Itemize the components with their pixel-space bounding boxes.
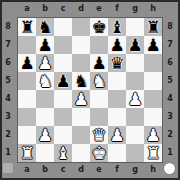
rank-label-left-5: 5 xyxy=(1,72,15,90)
file-label-bottom-e: e xyxy=(90,165,108,174)
square-c8[interactable] xyxy=(54,18,72,36)
square-c2[interactable] xyxy=(54,126,72,144)
file-label-top-d: d xyxy=(72,4,90,13)
black-pawn: ♟ xyxy=(127,36,142,54)
square-g8[interactable] xyxy=(126,18,144,36)
rank-label-right-7: 7 xyxy=(163,36,177,54)
file-label-top-b: b xyxy=(36,4,54,13)
rank-label-right-2: 2 xyxy=(163,126,177,144)
square-g4[interactable]: ♟ xyxy=(126,90,144,108)
white-to-move-indicator xyxy=(164,163,175,174)
square-h6[interactable] xyxy=(144,54,162,72)
file-label-top-c: c xyxy=(54,4,72,13)
square-h7[interactable]: ♟ xyxy=(144,36,162,54)
square-e3[interactable] xyxy=(90,108,108,126)
square-h5[interactable] xyxy=(144,72,162,90)
square-b6[interactable]: ♟ xyxy=(36,54,54,72)
black-knight: ♞ xyxy=(37,18,52,36)
black-rook: ♜ xyxy=(19,18,34,36)
white-pawn: ♟ xyxy=(37,54,52,72)
rank-label-right-6: 6 xyxy=(163,54,177,72)
square-b7[interactable]: ♟ xyxy=(36,36,54,54)
black-pawn: ♟ xyxy=(91,54,106,72)
square-c6[interactable] xyxy=(54,54,72,72)
rank-label-left-2: 2 xyxy=(1,126,15,144)
square-h4[interactable] xyxy=(144,90,162,108)
square-e7[interactable] xyxy=(90,36,108,54)
rank-label-left-1: 1 xyxy=(1,144,15,162)
square-d2[interactable] xyxy=(72,126,90,144)
square-c4[interactable] xyxy=(54,90,72,108)
square-d1[interactable] xyxy=(72,144,90,162)
square-a6[interactable]: ♟ xyxy=(18,54,36,72)
file-label-bottom-f: f xyxy=(108,165,126,174)
square-f3[interactable] xyxy=(108,108,126,126)
white-knight: ♞ xyxy=(91,72,106,90)
square-d5[interactable]: ♞ xyxy=(72,72,90,90)
white-bishop: ♝ xyxy=(55,144,70,162)
rank-label-left-7: 7 xyxy=(1,36,15,54)
square-h1[interactable]: ♜ xyxy=(144,144,162,162)
white-rook: ♜ xyxy=(145,144,160,162)
white-queen: ♛ xyxy=(91,126,106,144)
square-a2[interactable] xyxy=(18,126,36,144)
square-d7[interactable] xyxy=(72,36,90,54)
square-a3[interactable] xyxy=(18,108,36,126)
rank-label-left-4: 4 xyxy=(1,90,15,108)
square-h3[interactable] xyxy=(144,108,162,126)
square-b8[interactable]: ♞ xyxy=(36,18,54,36)
square-d6[interactable] xyxy=(72,54,90,72)
square-b4[interactable] xyxy=(36,90,54,108)
rank-label-right-3: 3 xyxy=(163,108,177,126)
white-rook: ♜ xyxy=(19,144,34,162)
square-b3[interactable] xyxy=(36,108,54,126)
rank-label-right-4: 4 xyxy=(163,90,177,108)
square-f6[interactable]: ♛ xyxy=(108,54,126,72)
black-pawn: ♟ xyxy=(55,72,70,90)
white-pawn: ♟ xyxy=(127,90,142,108)
square-g3[interactable] xyxy=(126,108,144,126)
square-f7[interactable]: ♟ xyxy=(108,36,126,54)
black-pawn: ♟ xyxy=(109,36,124,54)
square-a7[interactable] xyxy=(18,36,36,54)
square-d4[interactable]: ♟ xyxy=(72,90,90,108)
black-knight: ♞ xyxy=(73,72,88,90)
square-g7[interactable]: ♟ xyxy=(126,36,144,54)
square-c3[interactable] xyxy=(54,108,72,126)
rank-label-right-1: 1 xyxy=(163,144,177,162)
square-e1[interactable]: ♚ xyxy=(90,144,108,162)
rank-label-left-6: 6 xyxy=(1,54,15,72)
square-b1[interactable] xyxy=(36,144,54,162)
square-g5[interactable] xyxy=(126,72,144,90)
black-rook: ♜ xyxy=(145,18,160,36)
file-label-bottom-h: h xyxy=(144,165,162,174)
square-b5[interactable]: ♞ xyxy=(36,72,54,90)
square-g6[interactable] xyxy=(126,54,144,72)
square-e8[interactable]: ♚ xyxy=(90,18,108,36)
square-g1[interactable] xyxy=(126,144,144,162)
square-e5[interactable]: ♞ xyxy=(90,72,108,90)
file-label-bottom-b: b xyxy=(36,165,54,174)
black-pawn: ♟ xyxy=(19,54,34,72)
rank-label-left-8: 8 xyxy=(1,18,15,36)
file-label-top-g: g xyxy=(126,4,144,13)
black-pawn: ♟ xyxy=(145,36,160,54)
file-label-bottom-g: g xyxy=(126,165,144,174)
square-a5[interactable] xyxy=(18,72,36,90)
square-a4[interactable] xyxy=(18,90,36,108)
square-h8[interactable]: ♜ xyxy=(144,18,162,36)
file-label-bottom-c: c xyxy=(54,165,72,174)
black-king: ♚ xyxy=(91,18,106,36)
rank-label-right-8: 8 xyxy=(163,18,177,36)
square-h2[interactable]: ♟ xyxy=(144,126,162,144)
white-knight: ♞ xyxy=(37,72,52,90)
corner-marker xyxy=(3,163,13,173)
file-label-top-a: a xyxy=(18,4,36,13)
square-d3[interactable] xyxy=(72,108,90,126)
square-a8[interactable]: ♜ xyxy=(18,18,36,36)
square-d8[interactable] xyxy=(72,18,90,36)
white-pawn: ♟ xyxy=(73,90,88,108)
square-f2[interactable]: ♟ xyxy=(108,126,126,144)
square-c7[interactable] xyxy=(54,36,72,54)
square-f4[interactable] xyxy=(108,90,126,108)
white-pawn: ♟ xyxy=(109,126,124,144)
square-f1[interactable] xyxy=(108,144,126,162)
black-bishop: ♝ xyxy=(109,18,124,36)
square-e2[interactable]: ♛ xyxy=(90,126,108,144)
white-pawn: ♟ xyxy=(145,126,160,144)
file-label-bottom-d: d xyxy=(72,165,90,174)
file-label-top-f: f xyxy=(108,4,126,13)
square-f5[interactable] xyxy=(108,72,126,90)
rank-label-left-3: 3 xyxy=(1,108,15,126)
square-g2[interactable] xyxy=(126,126,144,144)
file-label-top-e: e xyxy=(90,4,108,13)
chess-board: ♜♞♚♝♜♟♟♟♟♟♟♟♛♞♟♞♞♟♟♟♛♟♟♜♝♚♜ xyxy=(18,18,162,162)
square-b2[interactable]: ♟ xyxy=(36,126,54,144)
white-pawn: ♟ xyxy=(37,126,52,144)
file-label-top-h: h xyxy=(144,4,162,13)
square-c1[interactable]: ♝ xyxy=(54,144,72,162)
white-king: ♚ xyxy=(91,144,106,162)
black-queen: ♛ xyxy=(109,54,124,72)
square-a1[interactable]: ♜ xyxy=(18,144,36,162)
black-pawn: ♟ xyxy=(37,36,52,54)
rank-label-right-5: 5 xyxy=(163,72,177,90)
square-f8[interactable]: ♝ xyxy=(108,18,126,36)
square-e4[interactable] xyxy=(90,90,108,108)
file-label-bottom-a: a xyxy=(18,165,36,174)
square-e6[interactable]: ♟ xyxy=(90,54,108,72)
square-c5[interactable]: ♟ xyxy=(54,72,72,90)
